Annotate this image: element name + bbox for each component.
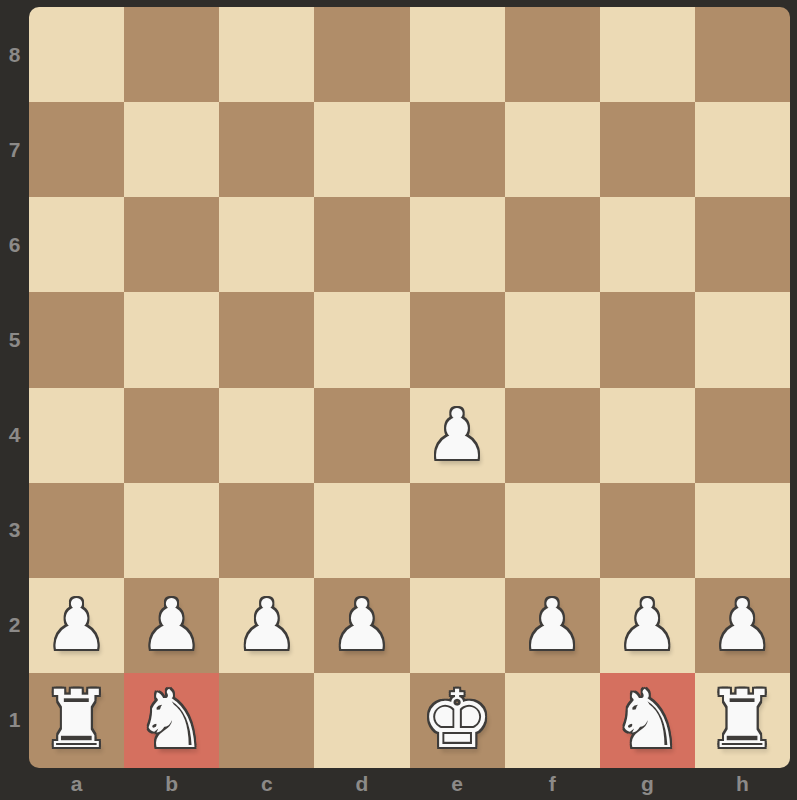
piece-white-rook[interactable]: ♜ <box>41 680 113 760</box>
square-c8[interactable] <box>219 7 314 102</box>
rank-label-7: 7 <box>0 102 29 197</box>
rank-label-6: 6 <box>0 197 29 292</box>
file-label-a: a <box>29 768 124 800</box>
file-labels: abcdefgh <box>29 768 790 800</box>
rank-label-5: 5 <box>0 292 29 387</box>
square-h8[interactable] <box>695 7 790 102</box>
chess-board: ♟♟♟♟♟♟♟♟♜♞♚♞♜ <box>29 7 790 768</box>
piece-white-knight[interactable]: ♞ <box>136 680 208 760</box>
square-h4[interactable] <box>695 388 790 483</box>
square-b5[interactable] <box>124 292 219 387</box>
square-d2[interactable]: ♟ <box>314 578 409 673</box>
square-b6[interactable] <box>124 197 219 292</box>
square-f6[interactable] <box>505 197 600 292</box>
square-e4[interactable]: ♟ <box>410 388 505 483</box>
square-d4[interactable] <box>314 388 409 483</box>
square-f3[interactable] <box>505 483 600 578</box>
square-f1[interactable] <box>505 673 600 768</box>
square-h3[interactable] <box>695 483 790 578</box>
rank-label-4: 4 <box>0 388 29 483</box>
piece-white-pawn[interactable]: ♟ <box>426 400 489 470</box>
square-c2[interactable]: ♟ <box>219 578 314 673</box>
file-label-d: d <box>314 768 409 800</box>
square-e5[interactable] <box>410 292 505 387</box>
square-b1[interactable]: ♞ <box>124 673 219 768</box>
piece-white-rook[interactable]: ♜ <box>707 680 779 760</box>
square-h1[interactable]: ♜ <box>695 673 790 768</box>
square-a5[interactable] <box>29 292 124 387</box>
piece-white-pawn[interactable]: ♟ <box>45 590 108 660</box>
rank-label-2: 2 <box>0 578 29 673</box>
square-c6[interactable] <box>219 197 314 292</box>
piece-white-pawn[interactable]: ♟ <box>331 590 394 660</box>
file-label-e: e <box>410 768 505 800</box>
square-a1[interactable]: ♜ <box>29 673 124 768</box>
square-a2[interactable]: ♟ <box>29 578 124 673</box>
square-b7[interactable] <box>124 102 219 197</box>
square-e7[interactable] <box>410 102 505 197</box>
square-a8[interactable] <box>29 7 124 102</box>
chess-app: 87654321 ♟♟♟♟♟♟♟♟♜♞♚♞♜ abcdefgh <box>0 0 797 800</box>
square-g8[interactable] <box>600 7 695 102</box>
square-a6[interactable] <box>29 197 124 292</box>
rank-labels: 87654321 <box>0 7 29 768</box>
rank-label-3: 3 <box>0 483 29 578</box>
square-e1[interactable]: ♚ <box>410 673 505 768</box>
file-label-b: b <box>124 768 219 800</box>
square-g1[interactable]: ♞ <box>600 673 695 768</box>
square-a7[interactable] <box>29 102 124 197</box>
square-h5[interactable] <box>695 292 790 387</box>
piece-white-knight[interactable]: ♞ <box>611 680 683 760</box>
piece-white-pawn[interactable]: ♟ <box>521 590 584 660</box>
square-b3[interactable] <box>124 483 219 578</box>
square-g2[interactable]: ♟ <box>600 578 695 673</box>
piece-white-pawn[interactable]: ♟ <box>616 590 679 660</box>
square-d5[interactable] <box>314 292 409 387</box>
square-e6[interactable] <box>410 197 505 292</box>
square-e8[interactable] <box>410 7 505 102</box>
square-h2[interactable]: ♟ <box>695 578 790 673</box>
square-b8[interactable] <box>124 7 219 102</box>
piece-white-pawn[interactable]: ♟ <box>235 590 298 660</box>
piece-white-pawn[interactable]: ♟ <box>140 590 203 660</box>
square-b2[interactable]: ♟ <box>124 578 219 673</box>
square-f2[interactable]: ♟ <box>505 578 600 673</box>
square-e2[interactable] <box>410 578 505 673</box>
square-g3[interactable] <box>600 483 695 578</box>
square-f4[interactable] <box>505 388 600 483</box>
square-d3[interactable] <box>314 483 409 578</box>
piece-white-king[interactable]: ♚ <box>421 680 493 760</box>
file-label-c: c <box>219 768 314 800</box>
file-label-g: g <box>600 768 695 800</box>
square-d6[interactable] <box>314 197 409 292</box>
square-e3[interactable] <box>410 483 505 578</box>
square-c5[interactable] <box>219 292 314 387</box>
square-f7[interactable] <box>505 102 600 197</box>
square-c1[interactable] <box>219 673 314 768</box>
square-d8[interactable] <box>314 7 409 102</box>
square-d7[interactable] <box>314 102 409 197</box>
rank-label-1: 1 <box>0 673 29 768</box>
square-a4[interactable] <box>29 388 124 483</box>
square-c4[interactable] <box>219 388 314 483</box>
square-b4[interactable] <box>124 388 219 483</box>
square-a3[interactable] <box>29 483 124 578</box>
square-h6[interactable] <box>695 197 790 292</box>
square-c3[interactable] <box>219 483 314 578</box>
piece-white-pawn[interactable]: ♟ <box>711 590 774 660</box>
file-label-h: h <box>695 768 790 800</box>
file-label-f: f <box>505 768 600 800</box>
square-c7[interactable] <box>219 102 314 197</box>
square-g6[interactable] <box>600 197 695 292</box>
square-g5[interactable] <box>600 292 695 387</box>
square-f5[interactable] <box>505 292 600 387</box>
rank-label-8: 8 <box>0 7 29 102</box>
square-h7[interactable] <box>695 102 790 197</box>
square-g7[interactable] <box>600 102 695 197</box>
square-d1[interactable] <box>314 673 409 768</box>
square-f8[interactable] <box>505 7 600 102</box>
square-g4[interactable] <box>600 388 695 483</box>
